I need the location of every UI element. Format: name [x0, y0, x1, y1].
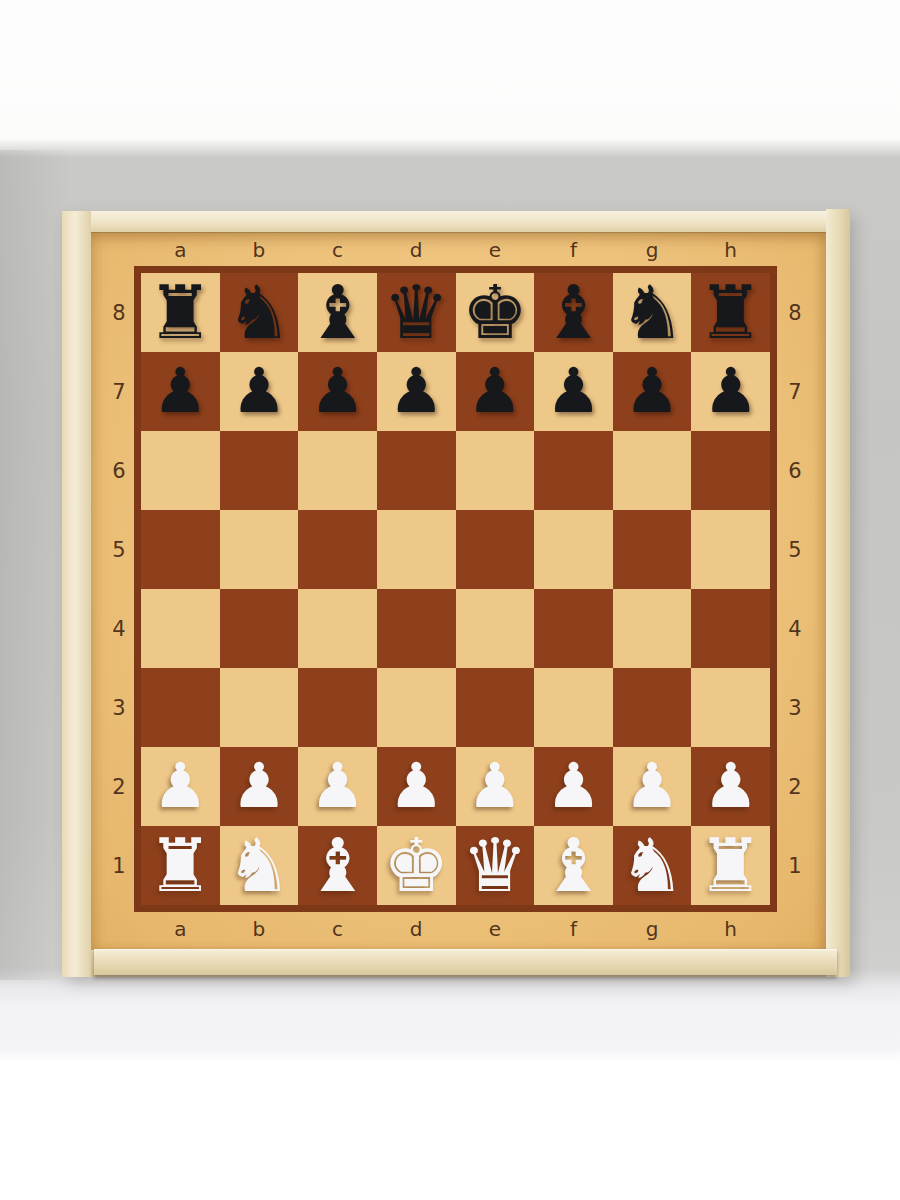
- black-pawn-g7[interactable]: ♟: [624, 360, 680, 422]
- square-b7[interactable]: ♟: [220, 352, 299, 431]
- square-h4[interactable]: [691, 589, 770, 668]
- black-pawn-b7[interactable]: ♟: [231, 360, 287, 422]
- square-e6[interactable]: [456, 431, 535, 510]
- square-e3[interactable]: [456, 668, 535, 747]
- black-queen-d8[interactable]: ♛: [383, 275, 449, 349]
- square-f2[interactable]: ♟: [534, 747, 613, 826]
- square-g5[interactable]: [613, 510, 692, 589]
- black-knight-b8[interactable]: ♞: [226, 275, 292, 349]
- chessboard: ♜♞♝♛♚♝♞♜♟♟♟♟♟♟♟♟♟♟♟♟♟♟♟♟♜♞♝♚♛♝♞♜: [134, 266, 777, 912]
- square-d1[interactable]: ♚: [377, 826, 456, 905]
- rank-label-3: 3: [775, 668, 815, 747]
- black-pawn-d7[interactable]: ♟: [388, 360, 444, 422]
- square-d4[interactable]: [377, 589, 456, 668]
- wall-shadow-left: [0, 150, 70, 980]
- white-bishop-c1[interactable]: ♝: [304, 828, 370, 902]
- square-f6[interactable]: [534, 431, 613, 510]
- white-pawn-e2[interactable]: ♟: [467, 755, 523, 817]
- square-h5[interactable]: [691, 510, 770, 589]
- square-g8[interactable]: ♞: [613, 273, 692, 352]
- square-h6[interactable]: [691, 431, 770, 510]
- square-b2[interactable]: ♟: [220, 747, 299, 826]
- square-e2[interactable]: ♟: [456, 747, 535, 826]
- file-label-h: h: [691, 237, 770, 263]
- square-b1[interactable]: ♞: [220, 826, 299, 905]
- rank-label-1: 1: [775, 826, 815, 905]
- frame-right-rail: [826, 209, 850, 977]
- square-f5[interactable]: [534, 510, 613, 589]
- square-c8[interactable]: ♝: [298, 273, 377, 352]
- black-bishop-f8[interactable]: ♝: [540, 275, 606, 349]
- square-f3[interactable]: [534, 668, 613, 747]
- square-d8[interactable]: ♛: [377, 273, 456, 352]
- white-queen-e1[interactable]: ♛: [462, 828, 528, 902]
- square-b8[interactable]: ♞: [220, 273, 299, 352]
- file-label-b: b: [220, 916, 299, 942]
- file-label-d: d: [377, 237, 456, 263]
- frame-bottom-ledge: [94, 949, 837, 975]
- square-e8[interactable]: ♚: [456, 273, 535, 352]
- square-a2[interactable]: ♟: [141, 747, 220, 826]
- square-a7[interactable]: ♟: [141, 352, 220, 431]
- white-pawn-c2[interactable]: ♟: [310, 755, 366, 817]
- square-d7[interactable]: ♟: [377, 352, 456, 431]
- rank-label-7: 7: [775, 352, 815, 431]
- square-a5[interactable]: [141, 510, 220, 589]
- rank-label-6: 6: [775, 431, 815, 510]
- square-a1[interactable]: ♜: [141, 826, 220, 905]
- square-d6[interactable]: [377, 431, 456, 510]
- file-labels-top: abcdefgh: [141, 237, 770, 263]
- square-f7[interactable]: ♟: [534, 352, 613, 431]
- chessboard-grid: ♜♞♝♛♚♝♞♜♟♟♟♟♟♟♟♟♟♟♟♟♟♟♟♟♜♞♝♚♛♝♞♜: [141, 273, 770, 905]
- white-pawn-d2[interactable]: ♟: [388, 755, 444, 817]
- file-label-e: e: [456, 916, 535, 942]
- file-label-h: h: [691, 916, 770, 942]
- square-c3[interactable]: [298, 668, 377, 747]
- square-d2[interactable]: ♟: [377, 747, 456, 826]
- demonstration-board-frame: abcdefgh 87654321 ♜♞♝♛♚♝♞♜♟♟♟♟♟♟♟♟♟♟♟♟♟♟…: [62, 211, 850, 977]
- square-c2[interactable]: ♟: [298, 747, 377, 826]
- square-b5[interactable]: [220, 510, 299, 589]
- file-label-a: a: [141, 916, 220, 942]
- file-label-f: f: [534, 916, 613, 942]
- square-f4[interactable]: [534, 589, 613, 668]
- square-h8[interactable]: ♜: [691, 273, 770, 352]
- black-knight-g8[interactable]: ♞: [619, 275, 685, 349]
- rank-label-4: 4: [775, 589, 815, 668]
- square-c4[interactable]: [298, 589, 377, 668]
- rank-label-5: 5: [775, 510, 815, 589]
- file-label-a: a: [141, 237, 220, 263]
- white-rook-a1[interactable]: ♜: [147, 828, 213, 902]
- file-label-c: c: [298, 916, 377, 942]
- file-label-c: c: [298, 237, 377, 263]
- black-pawn-a7[interactable]: ♟: [153, 360, 209, 422]
- black-bishop-c8[interactable]: ♝: [304, 275, 370, 349]
- board-face: abcdefgh 87654321 ♜♞♝♛♚♝♞♜♟♟♟♟♟♟♟♟♟♟♟♟♟♟…: [91, 232, 826, 950]
- white-knight-b1[interactable]: ♞: [226, 828, 292, 902]
- square-a3[interactable]: [141, 668, 220, 747]
- square-e1[interactable]: ♛: [456, 826, 535, 905]
- square-g1[interactable]: ♞: [613, 826, 692, 905]
- square-g7[interactable]: ♟: [613, 352, 692, 431]
- white-pawn-h2[interactable]: ♟: [703, 755, 759, 817]
- square-g4[interactable]: [613, 589, 692, 668]
- white-pawn-a2[interactable]: ♟: [153, 755, 209, 817]
- rank-label-8: 8: [775, 273, 815, 352]
- square-b4[interactable]: [220, 589, 299, 668]
- file-label-e: e: [456, 237, 535, 263]
- white-bishop-f1[interactable]: ♝: [540, 828, 606, 902]
- file-labels-bottom: abcdefgh: [141, 916, 770, 942]
- square-d5[interactable]: [377, 510, 456, 589]
- square-f8[interactable]: ♝: [534, 273, 613, 352]
- square-g3[interactable]: [613, 668, 692, 747]
- frame-left-rail: [62, 211, 91, 977]
- square-a4[interactable]: [141, 589, 220, 668]
- white-king-d1[interactable]: ♚: [383, 828, 449, 902]
- square-c5[interactable]: [298, 510, 377, 589]
- square-a6[interactable]: [141, 431, 220, 510]
- white-knight-g1[interactable]: ♞: [619, 828, 685, 902]
- black-rook-a8[interactable]: ♜: [147, 275, 213, 349]
- square-e7[interactable]: ♟: [456, 352, 535, 431]
- square-h7[interactable]: ♟: [691, 352, 770, 431]
- white-rook-h1[interactable]: ♜: [698, 828, 764, 902]
- file-label-g: g: [613, 237, 692, 263]
- square-c1[interactable]: ♝: [298, 826, 377, 905]
- square-h1[interactable]: ♜: [691, 826, 770, 905]
- black-king-e8[interactable]: ♚: [462, 275, 528, 349]
- file-label-g: g: [613, 916, 692, 942]
- square-d3[interactable]: [377, 668, 456, 747]
- file-label-b: b: [220, 237, 299, 263]
- square-e4[interactable]: [456, 589, 535, 668]
- rank-labels-right: 87654321: [775, 273, 815, 905]
- frame-top-rail: [62, 211, 850, 232]
- file-label-d: d: [377, 916, 456, 942]
- square-f1[interactable]: ♝: [534, 826, 613, 905]
- black-pawn-h7[interactable]: ♟: [703, 360, 759, 422]
- square-g2[interactable]: ♟: [613, 747, 692, 826]
- square-h2[interactable]: ♟: [691, 747, 770, 826]
- square-h3[interactable]: [691, 668, 770, 747]
- rank-label-2: 2: [775, 747, 815, 826]
- photo-scene: abcdefgh 87654321 ♜♞♝♛♚♝♞♜♟♟♟♟♟♟♟♟♟♟♟♟♟♟…: [0, 0, 900, 1200]
- square-c7[interactable]: ♟: [298, 352, 377, 431]
- square-b6[interactable]: [220, 431, 299, 510]
- black-pawn-c7[interactable]: ♟: [310, 360, 366, 422]
- white-pawn-g2[interactable]: ♟: [624, 755, 680, 817]
- file-label-f: f: [534, 237, 613, 263]
- black-pawn-f7[interactable]: ♟: [546, 360, 602, 422]
- black-rook-h8[interactable]: ♜: [698, 275, 764, 349]
- square-a8[interactable]: ♜: [141, 273, 220, 352]
- square-b3[interactable]: [220, 668, 299, 747]
- square-g6[interactable]: [613, 431, 692, 510]
- white-pawn-b2[interactable]: ♟: [231, 755, 287, 817]
- white-pawn-f2[interactable]: ♟: [546, 755, 602, 817]
- square-c6[interactable]: [298, 431, 377, 510]
- black-pawn-e7[interactable]: ♟: [467, 360, 523, 422]
- square-e5[interactable]: [456, 510, 535, 589]
